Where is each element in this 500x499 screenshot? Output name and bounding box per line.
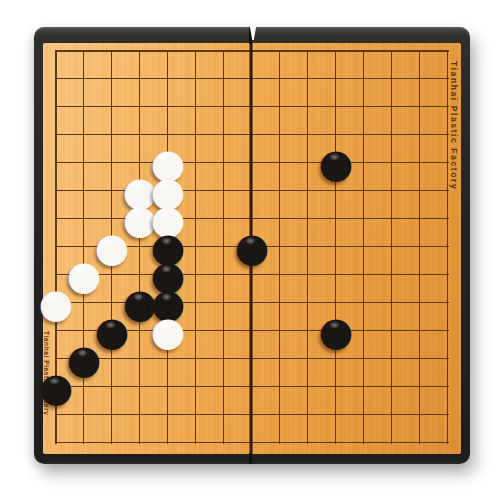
stone-glyph: ● bbox=[151, 311, 186, 351]
white-stone[interactable]: ● bbox=[154, 317, 182, 345]
white-stone[interactable]: ● bbox=[42, 289, 70, 317]
product-photo: Tianhai Plastic Factory Tianhai Plastic … bbox=[0, 0, 500, 499]
black-stone[interactable]: ● bbox=[42, 373, 70, 401]
black-stone[interactable]: ● bbox=[98, 317, 126, 345]
black-stone[interactable]: ● bbox=[238, 233, 266, 261]
stone-glyph: ● bbox=[39, 283, 74, 323]
black-stone[interactable]: ● bbox=[70, 345, 98, 373]
black-stone[interactable]: ● bbox=[322, 317, 350, 345]
black-stone[interactable]: ● bbox=[322, 149, 350, 177]
white-stone[interactable]: ● bbox=[70, 261, 98, 289]
stones-layer: ●●●●●●●●●●●●●●●●●●● bbox=[0, 0, 500, 499]
stone-glyph: ● bbox=[39, 367, 74, 407]
stone-glyph: ● bbox=[235, 227, 270, 267]
stone-glyph: ● bbox=[319, 143, 354, 183]
stone-glyph: ● bbox=[319, 311, 354, 351]
white-stone[interactable]: ● bbox=[98, 233, 126, 261]
